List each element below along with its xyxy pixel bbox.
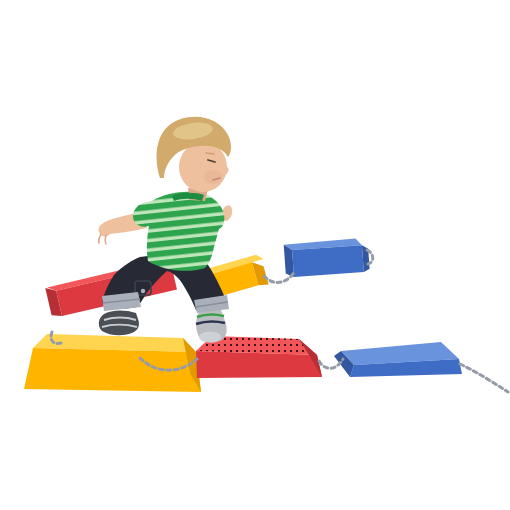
child-eyebrow [206,153,214,154]
beam-blue-upper [284,238,370,278]
child-nose [220,166,229,175]
child-cheek-shade [204,170,222,184]
beam-yellow-bottom-left [24,334,201,392]
beam-blue-upper-front-face [292,245,364,277]
scene-illustration [0,0,510,510]
product-photo [0,0,510,510]
child-face [179,142,227,192]
child-cargo-pocket-button [141,289,145,293]
white-background [0,0,510,510]
beam-red-bottom-centre-front-face [196,351,322,378]
child-front-sock-toe [199,332,221,343]
child-rear-slipper [99,310,139,335]
child-rear-foot [99,310,139,335]
